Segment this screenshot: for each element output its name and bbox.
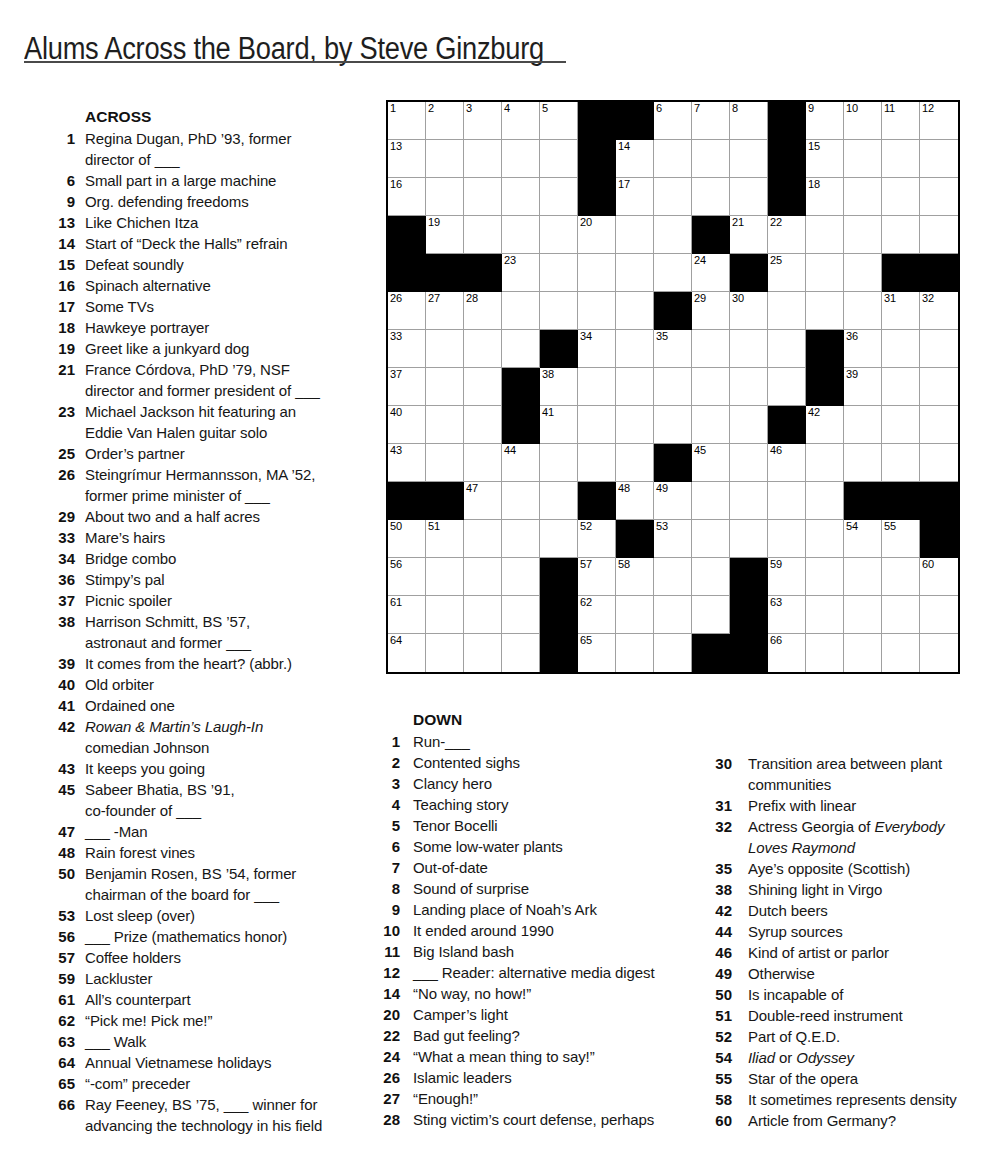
grid-cell[interactable] xyxy=(806,520,844,558)
grid-cell[interactable]: 54 xyxy=(844,520,882,558)
clue-row: 15Defeat soundly xyxy=(25,254,322,275)
grid-cell[interactable] xyxy=(540,292,578,330)
clue-text: It keeps you going xyxy=(85,758,205,779)
grid-cell[interactable]: 5 xyxy=(540,102,578,140)
grid-cell[interactable] xyxy=(540,482,578,520)
clue-row: 7Out-of-date xyxy=(350,857,655,878)
clue-number: 29 xyxy=(25,506,75,527)
grid-cell[interactable]: 8 xyxy=(730,102,768,140)
crossword-grid[interactable]: 1234567891011121314151617181920212223242… xyxy=(386,100,960,674)
grid-cell[interactable] xyxy=(464,330,502,368)
grid-cell[interactable]: 57 xyxy=(578,558,616,596)
clue-line: Double-reed instrument xyxy=(748,1005,903,1026)
clue-line: Michael Jackson hit featuring an xyxy=(85,401,296,422)
clue-text: Iliad or Odyssey xyxy=(748,1047,854,1068)
clue-number: 9 xyxy=(25,191,75,212)
grid-cell[interactable]: 66 xyxy=(768,634,806,672)
grid-cell[interactable] xyxy=(692,596,730,634)
clue-text: Sound of surprise xyxy=(413,878,529,899)
grid-cell[interactable]: 60 xyxy=(920,558,958,596)
clue-line: Some TVs xyxy=(85,296,154,317)
grid-cell-black xyxy=(768,102,806,140)
grid-cell[interactable] xyxy=(882,596,920,634)
cell-number: 26 xyxy=(390,292,402,305)
clue-text: Prefix with linear xyxy=(748,795,856,816)
grid-cell[interactable]: 21 xyxy=(730,216,768,254)
clue-number: 23 xyxy=(25,401,75,422)
grid-cell[interactable]: 18 xyxy=(806,178,844,216)
clue-number: 31 xyxy=(683,795,732,816)
grid-cell[interactable] xyxy=(730,444,768,482)
grid-cell[interactable] xyxy=(882,330,920,368)
grid-cell-black xyxy=(616,102,654,140)
grid-cell[interactable]: 52 xyxy=(578,520,616,558)
grid-cell[interactable] xyxy=(540,254,578,292)
grid-cell[interactable]: 28 xyxy=(464,292,502,330)
grid-cell[interactable] xyxy=(806,216,844,254)
clue-row: 49Otherwise xyxy=(683,963,957,984)
clue-row: 28Sting victim’s court defense, perhaps xyxy=(350,1109,655,1130)
grid-cell[interactable] xyxy=(578,292,616,330)
grid-cell[interactable] xyxy=(426,596,464,634)
grid-cell[interactable] xyxy=(920,216,958,254)
grid-cell[interactable] xyxy=(920,330,958,368)
grid-cell[interactable] xyxy=(692,406,730,444)
grid-cell[interactable] xyxy=(426,558,464,596)
grid-cell[interactable] xyxy=(692,140,730,178)
grid-cell[interactable]: 7 xyxy=(692,102,730,140)
grid-cell[interactable] xyxy=(844,292,882,330)
grid-cell[interactable] xyxy=(920,444,958,482)
grid-cell[interactable] xyxy=(730,178,768,216)
grid-cell[interactable] xyxy=(654,178,692,216)
clue-text: Stimpy’s pal xyxy=(85,569,164,590)
grid-cell[interactable] xyxy=(654,406,692,444)
grid-cell[interactable]: 19 xyxy=(426,216,464,254)
grid-cell[interactable] xyxy=(464,634,502,672)
grid-cell[interactable] xyxy=(616,216,654,254)
grid-cell-black xyxy=(578,482,616,520)
clue-text: Actress Georgia of EverybodyLoves Raymon… xyxy=(748,816,944,858)
grid-cell[interactable] xyxy=(502,558,540,596)
grid-cell[interactable]: 4 xyxy=(502,102,540,140)
grid-cell[interactable]: 30 xyxy=(730,292,768,330)
grid-cell[interactable]: 25 xyxy=(768,254,806,292)
grid-cell[interactable] xyxy=(540,140,578,178)
grid-cell[interactable]: 29 xyxy=(692,292,730,330)
grid-cell[interactable] xyxy=(768,292,806,330)
grid-cell[interactable] xyxy=(502,292,540,330)
grid-cell[interactable] xyxy=(882,216,920,254)
grid-cell[interactable] xyxy=(844,178,882,216)
grid-cell[interactable] xyxy=(464,140,502,178)
grid-cell[interactable] xyxy=(692,178,730,216)
cell-number: 16 xyxy=(390,178,402,191)
grid-cell[interactable] xyxy=(882,444,920,482)
grid-cell[interactable] xyxy=(920,596,958,634)
clue-line: Shining light in Virgo xyxy=(748,879,882,900)
clue-row: 4Teaching story xyxy=(350,794,655,815)
grid-cell[interactable] xyxy=(730,140,768,178)
clue-line: astronaut and former ___ xyxy=(85,632,251,653)
cell-number: 12 xyxy=(922,102,934,115)
grid-cell[interactable] xyxy=(464,520,502,558)
grid-cell[interactable] xyxy=(616,330,654,368)
cell-number: 34 xyxy=(580,330,592,343)
grid-cell[interactable] xyxy=(654,140,692,178)
grid-cell[interactable] xyxy=(844,140,882,178)
grid-cell[interactable]: 39 xyxy=(844,368,882,406)
grid-cell[interactable]: 51 xyxy=(426,520,464,558)
cell-number: 6 xyxy=(656,102,662,115)
grid-cell[interactable]: 46 xyxy=(768,444,806,482)
grid-cell[interactable]: 42 xyxy=(806,406,844,444)
grid-cell[interactable] xyxy=(464,368,502,406)
grid-cell[interactable]: 16 xyxy=(388,178,426,216)
grid-cell[interactable] xyxy=(844,634,882,672)
grid-cell-black xyxy=(730,558,768,596)
clue-number: 62 xyxy=(25,1010,75,1031)
down-clues-section-col2: 30Transition area between plantcommuniti… xyxy=(683,753,957,1131)
grid-cell[interactable]: 15 xyxy=(806,140,844,178)
grid-cell[interactable]: 13 xyxy=(388,140,426,178)
grid-cell[interactable] xyxy=(654,634,692,672)
grid-cell[interactable] xyxy=(806,292,844,330)
clue-text: Big Island bash xyxy=(413,941,514,962)
grid-cell[interactable] xyxy=(882,406,920,444)
clue-number: 1 xyxy=(350,731,400,752)
grid-cell[interactable] xyxy=(692,482,730,520)
clue-row: 26Islamic leaders xyxy=(350,1067,655,1088)
clue-number: 32 xyxy=(683,816,732,837)
clue-number: 46 xyxy=(683,942,732,963)
cell-number: 48 xyxy=(618,482,630,495)
cell-number: 53 xyxy=(656,520,668,533)
grid-cell[interactable]: 10 xyxy=(844,102,882,140)
cell-number: 7 xyxy=(694,102,700,115)
grid-cell[interactable] xyxy=(730,482,768,520)
cell-number: 45 xyxy=(694,444,706,457)
grid-cell[interactable]: 27 xyxy=(426,292,464,330)
clue-line: “Enough!” xyxy=(413,1088,478,1109)
grid-cell[interactable]: 38 xyxy=(540,368,578,406)
grid-cell[interactable]: 9 xyxy=(806,102,844,140)
clue-number: 38 xyxy=(25,611,75,632)
grid-cell[interactable] xyxy=(464,178,502,216)
grid-cell[interactable]: 44 xyxy=(502,444,540,482)
clue-number: 3 xyxy=(350,773,400,794)
grid-cell[interactable]: 50 xyxy=(388,520,426,558)
grid-cell[interactable] xyxy=(920,634,958,672)
grid-cell[interactable] xyxy=(464,216,502,254)
grid-cell[interactable] xyxy=(578,254,616,292)
grid-cell[interactable]: 65 xyxy=(578,634,616,672)
clue-line: Teaching story xyxy=(413,794,508,815)
clue-line: Start of “Deck the Halls” refrain xyxy=(85,233,288,254)
grid-cell[interactable]: 63 xyxy=(768,596,806,634)
grid-cell[interactable]: 22 xyxy=(768,216,806,254)
grid-cell-black xyxy=(730,596,768,634)
grid-cell[interactable] xyxy=(578,406,616,444)
grid-cell[interactable] xyxy=(502,634,540,672)
grid-cell[interactable] xyxy=(768,520,806,558)
grid-cell[interactable] xyxy=(654,596,692,634)
grid-cell[interactable] xyxy=(768,368,806,406)
cell-number: 30 xyxy=(732,292,744,305)
clue-line: Kind of artist or parlor xyxy=(748,942,889,963)
grid-cell[interactable]: 6 xyxy=(654,102,692,140)
clue-line: Iliad or Odyssey xyxy=(748,1047,854,1068)
clue-number: 39 xyxy=(25,653,75,674)
clue-row: 9Org. defending freedoms xyxy=(25,191,322,212)
grid-cell[interactable]: 14 xyxy=(616,140,654,178)
grid-cell[interactable] xyxy=(540,444,578,482)
grid-cell[interactable]: 53 xyxy=(654,520,692,558)
cell-number: 35 xyxy=(656,330,668,343)
clue-number: 37 xyxy=(25,590,75,611)
grid-cell[interactable] xyxy=(844,216,882,254)
grid-cell[interactable] xyxy=(578,368,616,406)
grid-cell[interactable]: 40 xyxy=(388,406,426,444)
grid-cell[interactable] xyxy=(426,178,464,216)
clue-number: 58 xyxy=(683,1089,732,1110)
clue-text: Annual Vietnamese holidays xyxy=(85,1052,271,1073)
clue-text: Old orbiter xyxy=(85,674,154,695)
grid-cell[interactable] xyxy=(844,254,882,292)
grid-cell[interactable]: 59 xyxy=(768,558,806,596)
clue-number: 9 xyxy=(350,899,400,920)
grid-cell[interactable] xyxy=(616,444,654,482)
cell-number: 24 xyxy=(694,254,706,267)
clue-line: “No way, no how!” xyxy=(413,983,531,1004)
clue-row: 35Aye’s opposite (Scottish) xyxy=(683,858,957,879)
grid-cell[interactable]: 56 xyxy=(388,558,426,596)
clue-number: 41 xyxy=(25,695,75,716)
clue-row: 46Kind of artist or parlor xyxy=(683,942,957,963)
grid-cell[interactable] xyxy=(616,406,654,444)
clue-line: ___ Prize (mathematics honor) xyxy=(85,926,287,947)
grid-cell[interactable] xyxy=(844,596,882,634)
grid-cell[interactable]: 55 xyxy=(882,520,920,558)
grid-cell[interactable] xyxy=(844,558,882,596)
grid-cell[interactable] xyxy=(806,634,844,672)
grid-cell[interactable]: 31 xyxy=(882,292,920,330)
grid-cell-black xyxy=(502,368,540,406)
clue-text: Otherwise xyxy=(748,963,815,984)
grid-cell[interactable]: 32 xyxy=(920,292,958,330)
cell-number: 28 xyxy=(466,292,478,305)
grid-cell[interactable] xyxy=(806,596,844,634)
grid-cell[interactable] xyxy=(540,520,578,558)
clue-number: 18 xyxy=(25,317,75,338)
clue-row: 17Some TVs xyxy=(25,296,322,317)
clue-row: 11Big Island bash xyxy=(350,941,655,962)
grid-cell[interactable] xyxy=(730,330,768,368)
grid-cell[interactable] xyxy=(616,634,654,672)
grid-cell[interactable] xyxy=(616,254,654,292)
grid-cell[interactable]: 33 xyxy=(388,330,426,368)
grid-cell[interactable] xyxy=(426,444,464,482)
grid-cell[interactable]: 36 xyxy=(844,330,882,368)
grid-cell[interactable] xyxy=(730,520,768,558)
grid-cell[interactable] xyxy=(882,368,920,406)
grid-cell[interactable] xyxy=(464,596,502,634)
clue-row: 20Camper’s light xyxy=(350,1004,655,1025)
grid-cell[interactable] xyxy=(464,558,502,596)
clue-text: Tenor Bocelli xyxy=(413,815,498,836)
grid-cell[interactable]: 43 xyxy=(388,444,426,482)
grid-cell[interactable]: 41 xyxy=(540,406,578,444)
cell-number: 3 xyxy=(466,102,472,115)
clue-text: Transition area between plantcommunities xyxy=(748,753,942,795)
grid-cell[interactable] xyxy=(502,216,540,254)
grid-cell[interactable] xyxy=(426,330,464,368)
grid-cell[interactable] xyxy=(768,330,806,368)
clue-row: 53Lost sleep (over) xyxy=(25,905,322,926)
cell-number: 46 xyxy=(770,444,782,457)
grid-cell[interactable] xyxy=(882,178,920,216)
clue-text: Double-reed instrument xyxy=(748,1005,903,1026)
grid-cell[interactable] xyxy=(654,254,692,292)
grid-cell[interactable] xyxy=(806,254,844,292)
grid-cell[interactable] xyxy=(882,140,920,178)
cell-number: 56 xyxy=(390,558,402,571)
grid-cell[interactable]: 47 xyxy=(464,482,502,520)
grid-cell[interactable]: 12 xyxy=(920,102,958,140)
clue-row: 36Stimpy’s pal xyxy=(25,569,322,590)
clue-line: “Pick me! Pick me!” xyxy=(85,1010,212,1031)
clue-number: 36 xyxy=(25,569,75,590)
clue-number: 16 xyxy=(25,275,75,296)
grid-cell[interactable] xyxy=(882,634,920,672)
grid-cell[interactable]: 34 xyxy=(578,330,616,368)
grid-cell-black xyxy=(540,634,578,672)
clue-line: Some low-water plants xyxy=(413,836,563,857)
grid-cell[interactable] xyxy=(464,406,502,444)
grid-cell[interactable] xyxy=(540,216,578,254)
grid-cell[interactable] xyxy=(692,558,730,596)
grid-cell[interactable]: 1 xyxy=(388,102,426,140)
grid-cell[interactable] xyxy=(426,368,464,406)
grid-cell[interactable] xyxy=(502,596,540,634)
grid-cell[interactable]: 64 xyxy=(388,634,426,672)
grid-cell[interactable] xyxy=(806,444,844,482)
grid-cell[interactable] xyxy=(502,482,540,520)
clue-line: Clancy hero xyxy=(413,773,492,794)
grid-cell[interactable] xyxy=(920,140,958,178)
clue-line: Otherwise xyxy=(748,963,815,984)
grid-cell[interactable] xyxy=(426,406,464,444)
grid-cell[interactable] xyxy=(464,444,502,482)
clue-line: communities xyxy=(748,774,942,795)
grid-cell[interactable] xyxy=(920,406,958,444)
clue-line: Star of the opera xyxy=(748,1068,858,1089)
clue-row: 41Ordained one xyxy=(25,695,322,716)
cell-number: 50 xyxy=(390,520,402,533)
grid-cell[interactable] xyxy=(692,368,730,406)
grid-cell[interactable]: 11 xyxy=(882,102,920,140)
grid-cell[interactable]: 58 xyxy=(616,558,654,596)
grid-cell[interactable]: 20 xyxy=(578,216,616,254)
grid-cell[interactable] xyxy=(920,178,958,216)
grid-cell[interactable]: 26 xyxy=(388,292,426,330)
clue-number: 63 xyxy=(25,1031,75,1052)
clue-line: Hawkeye portrayer xyxy=(85,317,209,338)
grid-cell[interactable] xyxy=(654,558,692,596)
cell-number: 14 xyxy=(618,140,630,153)
grid-cell[interactable] xyxy=(844,406,882,444)
grid-cell[interactable] xyxy=(692,330,730,368)
grid-cell[interactable]: 17 xyxy=(616,178,654,216)
grid-cell[interactable] xyxy=(616,368,654,406)
grid-cell[interactable]: 3 xyxy=(464,102,502,140)
grid-cell[interactable] xyxy=(654,216,692,254)
clue-number: 26 xyxy=(25,464,75,485)
cell-number: 37 xyxy=(390,368,402,381)
grid-cell[interactable] xyxy=(540,178,578,216)
down-clue-list-col2: 30Transition area between plantcommuniti… xyxy=(683,753,957,1131)
clue-line: Small part in a large machine xyxy=(85,170,276,191)
clue-line: chairman of the board for ___ xyxy=(85,884,296,905)
grid-cell[interactable]: 49 xyxy=(654,482,692,520)
grid-cell[interactable] xyxy=(806,558,844,596)
grid-cell[interactable]: 24 xyxy=(692,254,730,292)
grid-cell[interactable] xyxy=(768,482,806,520)
grid-cell[interactable] xyxy=(502,140,540,178)
grid-cell-black xyxy=(388,254,426,292)
grid-cell[interactable]: 62 xyxy=(578,596,616,634)
grid-cell[interactable] xyxy=(920,368,958,406)
clue-text: Sabeer Bhatia, BS ’91,co-founder of ___ xyxy=(85,779,235,821)
clue-row: 61All’s counterpart xyxy=(25,989,322,1010)
grid-cell[interactable] xyxy=(882,558,920,596)
clue-row: 44Syrup sources xyxy=(683,921,957,942)
clue-line: Lost sleep (over) xyxy=(85,905,195,926)
grid-cell[interactable] xyxy=(426,140,464,178)
grid-cell[interactable]: 37 xyxy=(388,368,426,406)
clue-line: It keeps you going xyxy=(85,758,205,779)
grid-cell[interactable] xyxy=(692,520,730,558)
grid-cell[interactable] xyxy=(616,292,654,330)
grid-cell[interactable] xyxy=(616,596,654,634)
grid-cell-black xyxy=(464,254,502,292)
grid-cell[interactable] xyxy=(730,406,768,444)
grid-cell[interactable] xyxy=(502,178,540,216)
clue-line: Benjamin Rosen, BS ’54, former xyxy=(85,863,296,884)
grid-cell[interactable] xyxy=(426,634,464,672)
grid-cell[interactable]: 2 xyxy=(426,102,464,140)
grid-cell-black xyxy=(654,444,692,482)
clue-text: Regina Dugan, PhD ’93, formerdirector of… xyxy=(85,128,291,170)
grid-cell-black xyxy=(692,216,730,254)
grid-cell[interactable] xyxy=(806,482,844,520)
grid-cell[interactable] xyxy=(730,368,768,406)
grid-cell[interactable]: 23 xyxy=(502,254,540,292)
clue-number: 34 xyxy=(25,548,75,569)
grid-cell[interactable]: 35 xyxy=(654,330,692,368)
grid-cell[interactable] xyxy=(654,368,692,406)
grid-cell[interactable] xyxy=(578,444,616,482)
grid-cell[interactable]: 61 xyxy=(388,596,426,634)
clue-text: Camper’s light xyxy=(413,1004,508,1025)
grid-cell[interactable] xyxy=(502,330,540,368)
grid-cell[interactable]: 48 xyxy=(616,482,654,520)
cell-number: 57 xyxy=(580,558,592,571)
grid-cell[interactable] xyxy=(502,520,540,558)
grid-cell[interactable] xyxy=(844,444,882,482)
grid-cell[interactable]: 45 xyxy=(692,444,730,482)
clue-row: 1Run-___ xyxy=(350,731,655,752)
